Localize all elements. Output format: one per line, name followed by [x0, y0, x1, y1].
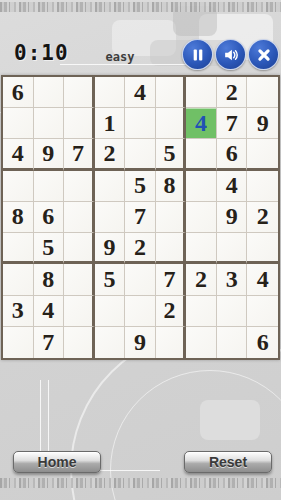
sudoku-cell-r3c7[interactable] — [186, 139, 217, 170]
sudoku-cell-r4c4[interactable] — [95, 171, 126, 202]
sudoku-app-screen: 0:10 easy 642147949725658486792592857234… — [0, 0, 281, 500]
sudoku-cell-r8c3[interactable] — [64, 296, 95, 327]
sudoku-cell-r9c5[interactable]: 9 — [125, 327, 156, 358]
sudoku-cell-r9c6[interactable] — [156, 327, 187, 358]
sudoku-cell-r5c5[interactable]: 7 — [125, 202, 156, 233]
sudoku-cell-r4c1[interactable] — [3, 171, 34, 202]
sudoku-cell-r9c7[interactable] — [186, 327, 217, 358]
sudoku-cell-r2c4[interactable]: 1 — [95, 108, 126, 139]
sudoku-cell-r4c5[interactable]: 5 — [125, 171, 156, 202]
sudoku-cell-r3c3[interactable]: 7 — [64, 139, 95, 170]
sudoku-cell-r7c2[interactable]: 8 — [34, 264, 65, 295]
sudoku-cell-r3c8[interactable]: 6 — [217, 139, 248, 170]
sudoku-cell-r7c1[interactable] — [3, 264, 34, 295]
sudoku-cell-r2c8[interactable]: 7 — [217, 108, 248, 139]
sudoku-cell-r2c7[interactable]: 4 — [186, 108, 217, 139]
sudoku-cell-r3c1[interactable]: 4 — [3, 139, 34, 170]
header-controls — [182, 39, 279, 70]
sudoku-cell-r7c9[interactable]: 4 — [247, 264, 278, 295]
sudoku-cell-r5c7[interactable] — [186, 202, 217, 233]
close-icon — [255, 46, 273, 64]
sudoku-cell-r8c7[interactable] — [186, 296, 217, 327]
sudoku-cell-r2c1[interactable] — [3, 108, 34, 139]
sudoku-cell-r1c4[interactable] — [95, 77, 126, 108]
reset-button[interactable]: Reset — [184, 451, 272, 473]
close-button[interactable] — [248, 39, 279, 70]
sudoku-cell-r3c6[interactable]: 5 — [156, 139, 187, 170]
pause-icon — [189, 46, 207, 64]
sudoku-cell-r4c7[interactable] — [186, 171, 217, 202]
sudoku-board: 642147949725658486792592857234342796 — [1, 75, 280, 360]
sudoku-cell-r6c1[interactable] — [3, 233, 34, 264]
difficulty-label: easy — [98, 50, 142, 64]
sudoku-cell-r7c6[interactable]: 7 — [156, 264, 187, 295]
sudoku-cell-r9c8[interactable] — [217, 327, 248, 358]
sudoku-cell-r4c8[interactable]: 4 — [217, 171, 248, 202]
sudoku-cell-r7c7[interactable]: 2 — [186, 264, 217, 295]
sudoku-cell-r7c3[interactable] — [64, 264, 95, 295]
sudoku-cell-r7c5[interactable] — [125, 264, 156, 295]
sudoku-cell-r8c8[interactable] — [217, 296, 248, 327]
sudoku-cell-r5c6[interactable] — [156, 202, 187, 233]
sudoku-cell-r6c2[interactable]: 5 — [34, 233, 65, 264]
sudoku-cell-r6c8[interactable] — [217, 233, 248, 264]
sudoku-cell-r3c9[interactable] — [247, 139, 278, 170]
sudoku-cell-r8c1[interactable]: 3 — [3, 296, 34, 327]
sudoku-cell-r7c8[interactable]: 3 — [217, 264, 248, 295]
sudoku-cell-r5c2[interactable]: 6 — [34, 202, 65, 233]
sudoku-cell-r2c3[interactable] — [64, 108, 95, 139]
sudoku-cell-r2c2[interactable] — [34, 108, 65, 139]
sound-button[interactable] — [215, 39, 246, 70]
sudoku-cell-r4c6[interactable]: 8 — [156, 171, 187, 202]
sudoku-cell-r7c4[interactable]: 5 — [95, 264, 126, 295]
barcode-strip-top — [0, 2, 281, 12]
sudoku-cell-r2c6[interactable] — [156, 108, 187, 139]
sudoku-cell-r9c4[interactable] — [95, 327, 126, 358]
sudoku-cell-r5c1[interactable]: 8 — [3, 202, 34, 233]
sudoku-cell-r4c3[interactable] — [64, 171, 95, 202]
sudoku-cell-r1c3[interactable] — [64, 77, 95, 108]
sudoku-cell-r1c6[interactable] — [156, 77, 187, 108]
sudoku-cell-r9c1[interactable] — [3, 327, 34, 358]
sudoku-cell-r5c8[interactable]: 9 — [217, 202, 248, 233]
sudoku-cell-r5c9[interactable]: 2 — [247, 202, 278, 233]
sudoku-cell-r9c2[interactable]: 7 — [34, 327, 65, 358]
sudoku-cell-r5c4[interactable] — [95, 202, 126, 233]
sudoku-cell-r1c9[interactable] — [247, 77, 278, 108]
sudoku-cell-r9c3[interactable] — [64, 327, 95, 358]
sudoku-cell-r2c5[interactable] — [125, 108, 156, 139]
sudoku-cell-r4c2[interactable] — [34, 171, 65, 202]
sudoku-cell-r6c9[interactable] — [247, 233, 278, 264]
sudoku-cell-r6c3[interactable] — [64, 233, 95, 264]
sudoku-cell-r8c6[interactable]: 2 — [156, 296, 187, 327]
sudoku-cell-r3c5[interactable] — [125, 139, 156, 170]
barcode-strip-bottom — [0, 478, 281, 488]
sudoku-cell-r6c4[interactable]: 9 — [95, 233, 126, 264]
home-button[interactable]: Home — [13, 451, 101, 473]
sudoku-cell-r2c9[interactable]: 9 — [247, 108, 278, 139]
sudoku-cell-r1c2[interactable] — [34, 77, 65, 108]
background-square-decoration — [200, 400, 260, 440]
sudoku-cell-r1c1[interactable]: 6 — [3, 77, 34, 108]
pause-button[interactable] — [182, 39, 213, 70]
sudoku-cell-r6c6[interactable] — [156, 233, 187, 264]
sudoku-cell-r9c9[interactable]: 6 — [247, 327, 278, 358]
sudoku-cell-r1c8[interactable]: 2 — [217, 77, 248, 108]
sudoku-cell-r4c9[interactable] — [247, 171, 278, 202]
sudoku-cell-r8c2[interactable]: 4 — [34, 296, 65, 327]
sudoku-cell-r1c5[interactable]: 4 — [125, 77, 156, 108]
sudoku-cell-r3c2[interactable]: 9 — [34, 139, 65, 170]
sudoku-cell-r6c5[interactable]: 2 — [125, 233, 156, 264]
sudoku-cell-r6c7[interactable] — [186, 233, 217, 264]
sudoku-cell-r8c5[interactable] — [125, 296, 156, 327]
sudoku-cell-r5c3[interactable] — [64, 202, 95, 233]
sudoku-cell-r8c9[interactable] — [247, 296, 278, 327]
speaker-icon — [222, 46, 240, 64]
sudoku-cell-r1c7[interactable] — [186, 77, 217, 108]
sudoku-cell-r3c4[interactable]: 2 — [95, 139, 126, 170]
sudoku-cell-r8c4[interactable] — [95, 296, 126, 327]
timer-display: 0:10 — [14, 41, 84, 65]
